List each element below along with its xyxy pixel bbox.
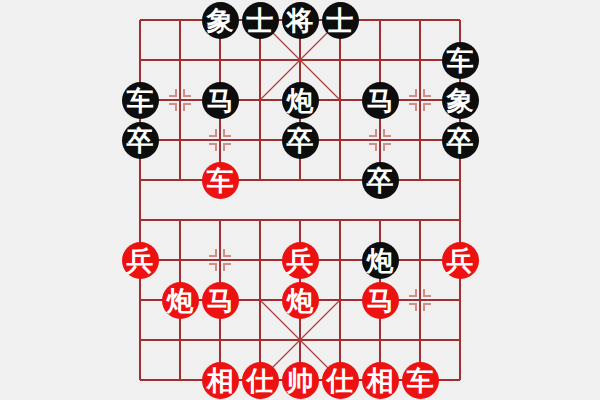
piece-red-horse[interactable]: 马 (362, 282, 399, 319)
piece-black-advisor[interactable]: 士 (242, 2, 279, 39)
piece-red-horse[interactable]: 马 (202, 282, 239, 319)
piece-black-soldier[interactable]: 卒 (282, 122, 319, 159)
piece-black-soldier[interactable]: 卒 (442, 122, 479, 159)
piece-red-advisor[interactable]: 仕 (242, 362, 279, 399)
piece-black-chariot[interactable]: 车 (442, 42, 479, 79)
piece-red-elephant[interactable]: 相 (202, 362, 239, 399)
piece-red-chariot[interactable]: 车 (202, 162, 239, 199)
piece-red-advisor[interactable]: 仕 (322, 362, 359, 399)
piece-red-soldier[interactable]: 兵 (122, 242, 159, 279)
piece-red-elephant[interactable]: 相 (362, 362, 399, 399)
piece-black-horse[interactable]: 马 (202, 82, 239, 119)
piece-red-soldier[interactable]: 兵 (282, 242, 319, 279)
piece-layer: 象士将士车车马炮马象卒卒卒卒炮车兵兵兵炮马炮马相仕帅仕相车 (120, 0, 480, 400)
piece-red-cannon[interactable]: 炮 (282, 282, 319, 319)
piece-black-horse[interactable]: 马 (362, 82, 399, 119)
xiangqi-board: 象士将士车车马炮马象卒卒卒卒炮车兵兵兵炮马炮马相仕帅仕相车 (0, 0, 600, 400)
piece-black-cannon[interactable]: 炮 (362, 242, 399, 279)
piece-black-soldier[interactable]: 卒 (362, 162, 399, 199)
piece-red-general[interactable]: 帅 (282, 362, 319, 399)
piece-black-cannon[interactable]: 炮 (282, 82, 319, 119)
piece-black-soldier[interactable]: 卒 (122, 122, 159, 159)
piece-red-chariot[interactable]: 车 (402, 362, 439, 399)
piece-black-advisor[interactable]: 士 (322, 2, 359, 39)
piece-black-chariot[interactable]: 车 (122, 82, 159, 119)
piece-red-soldier[interactable]: 兵 (442, 242, 479, 279)
piece-black-general[interactable]: 将 (282, 2, 319, 39)
piece-black-elephant[interactable]: 象 (442, 82, 479, 119)
piece-red-cannon[interactable]: 炮 (162, 282, 199, 319)
piece-black-elephant[interactable]: 象 (202, 2, 239, 39)
